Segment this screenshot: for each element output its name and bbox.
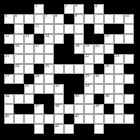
crossword-cell[interactable]: 16 — [14, 44, 24, 54]
black-cell — [64, 114, 74, 124]
black-cell — [64, 74, 74, 84]
black-cell — [34, 34, 44, 44]
crossword-cell[interactable] — [84, 14, 94, 24]
crossword-cell[interactable]: 11 — [34, 24, 44, 34]
clue-number: 9 — [75, 14, 77, 18]
black-cell — [84, 4, 94, 14]
crossword-cell[interactable] — [94, 124, 104, 134]
crossword-cell[interactable]: 40 — [4, 114, 14, 124]
crossword-cell[interactable] — [54, 34, 64, 44]
clue-number: 37 — [35, 104, 39, 108]
crossword-cell[interactable] — [104, 84, 114, 94]
black-cell — [84, 34, 94, 44]
black-cell — [34, 64, 44, 74]
black-cell — [24, 104, 34, 114]
black-cell — [64, 84, 74, 94]
crossword-cell[interactable] — [94, 84, 104, 94]
black-cell — [64, 34, 74, 44]
crossword-cell[interactable] — [14, 24, 24, 34]
black-cell — [4, 44, 14, 54]
crossword-cell[interactable] — [54, 64, 64, 74]
clue-number: 19 — [85, 44, 89, 48]
black-cell — [14, 84, 24, 94]
black-cell — [64, 54, 74, 64]
crossword-cell[interactable] — [4, 104, 14, 114]
crossword-cell[interactable] — [74, 104, 84, 114]
crossword-cell[interactable]: 18 — [74, 44, 84, 54]
crossword-cell[interactable] — [14, 34, 24, 44]
black-cell — [24, 4, 34, 14]
crossword-cell[interactable] — [24, 114, 34, 124]
black-cell — [64, 44, 74, 54]
crossword-cell[interactable]: 35 — [74, 94, 84, 104]
crossword-cell[interactable]: 20 — [94, 44, 104, 54]
clue-number: 13 — [25, 34, 29, 38]
black-cell — [114, 4, 124, 14]
crossword-cell[interactable] — [84, 94, 94, 104]
black-cell — [44, 124, 54, 134]
black-cell — [74, 74, 84, 84]
clue-number: 29 — [85, 74, 89, 78]
crossword-cell[interactable] — [44, 54, 54, 64]
black-cell — [124, 44, 134, 54]
crossword-cell[interactable]: 42 — [54, 124, 64, 134]
crossword-cell[interactable] — [54, 24, 64, 34]
crossword-cell[interactable]: 6 — [14, 14, 24, 24]
black-cell — [104, 124, 114, 134]
crossword-cell[interactable] — [14, 74, 24, 84]
crossword-cell[interactable] — [104, 74, 114, 84]
black-cell — [124, 84, 134, 94]
crossword-cell[interactable] — [44, 24, 54, 34]
clue-number: 14 — [45, 34, 49, 38]
crossword-cell[interactable] — [74, 24, 84, 34]
clue-number: 25 — [45, 64, 49, 68]
crossword-cell[interactable] — [114, 84, 124, 94]
crossword-cell[interactable]: 9 — [74, 14, 84, 24]
black-cell — [114, 24, 124, 34]
black-cell — [34, 94, 44, 104]
crossword-cell[interactable]: 23 — [114, 54, 124, 64]
crossword-cell[interactable]: 37 — [34, 104, 44, 114]
black-cell — [94, 34, 104, 44]
crossword-cell[interactable]: 7 — [44, 14, 54, 24]
crossword-cell[interactable] — [44, 84, 54, 94]
crossword-cell[interactable]: 39 — [94, 104, 104, 114]
black-cell — [44, 104, 54, 114]
crossword-cell[interactable] — [114, 64, 124, 74]
crossword-cell[interactable]: 26 — [104, 64, 114, 74]
black-cell — [84, 124, 94, 134]
crossword-cell[interactable] — [44, 114, 54, 124]
clue-number: 20 — [95, 44, 99, 48]
crossword-cell[interactable] — [64, 104, 74, 114]
crossword-cell[interactable] — [24, 94, 34, 104]
clue-number: 1 — [35, 4, 37, 8]
black-cell — [24, 74, 34, 84]
clue-number: 38 — [55, 104, 59, 108]
crossword-cell[interactable] — [104, 44, 114, 54]
crossword-cell[interactable] — [14, 54, 24, 64]
crossword-cell[interactable] — [124, 94, 134, 104]
crossword-cell[interactable] — [124, 34, 134, 44]
black-cell — [4, 4, 14, 14]
crossword-cell[interactable] — [34, 14, 44, 24]
crossword-cell[interactable] — [114, 114, 124, 124]
crossword-cell[interactable] — [34, 84, 44, 94]
crossword-cell[interactable] — [124, 24, 134, 34]
black-cell — [24, 124, 34, 134]
crossword-cell[interactable] — [114, 74, 124, 84]
black-cell — [64, 14, 74, 24]
black-cell — [104, 54, 114, 64]
black-cell — [104, 4, 114, 14]
crossword-cell[interactable] — [34, 54, 44, 64]
crossword-cell[interactable]: 38 — [54, 104, 64, 114]
clue-number: 3 — [75, 4, 77, 8]
black-cell — [74, 84, 84, 94]
crossword-cell[interactable] — [84, 64, 94, 74]
crossword-cell[interactable]: 30 — [94, 74, 104, 84]
crossword-cell[interactable] — [24, 44, 34, 54]
crossword-cell[interactable] — [94, 24, 104, 34]
crossword-cell[interactable] — [64, 124, 74, 134]
crossword-cell[interactable]: 12 — [4, 34, 14, 44]
crossword-cell[interactable] — [94, 54, 104, 64]
crossword-cell[interactable]: 28 — [34, 74, 44, 84]
clue-number: 30 — [95, 74, 99, 78]
clue-number: 26 — [105, 64, 109, 68]
crossword-cell[interactable] — [94, 14, 104, 24]
black-cell — [24, 24, 34, 34]
clue-number: 42 — [55, 124, 59, 128]
black-cell — [54, 74, 64, 84]
clue-number: 6 — [15, 14, 17, 18]
black-cell — [4, 84, 14, 94]
clue-number: 41 — [75, 114, 79, 118]
black-cell — [104, 24, 114, 34]
clue-number: 10 — [125, 14, 129, 18]
crossword-cell[interactable] — [64, 24, 74, 34]
crossword-cell[interactable] — [114, 34, 124, 44]
crossword-cell[interactable] — [64, 64, 74, 74]
crossword-cell[interactable]: 29 — [84, 74, 94, 84]
black-cell — [124, 4, 134, 14]
crossword-cell[interactable] — [34, 114, 44, 124]
crossword-cell[interactable]: 33 — [84, 84, 94, 94]
black-cell — [84, 24, 94, 34]
clue-number: 31 — [25, 84, 29, 88]
clue-number: 40 — [5, 114, 9, 118]
crossword-cell[interactable]: 1 — [34, 4, 44, 14]
crossword-cell[interactable]: 22 — [84, 54, 94, 64]
clue-number: 8 — [55, 14, 57, 18]
crossword-cell[interactable]: 41 — [74, 114, 84, 124]
black-cell — [94, 64, 104, 74]
crossword-cell[interactable]: 8 — [54, 14, 64, 24]
crossword-cell[interactable]: 5 — [4, 14, 14, 24]
clue-number: 12 — [5, 34, 9, 38]
crossword-cell[interactable]: 10 — [124, 14, 134, 24]
clue-number: 15 — [105, 34, 109, 38]
crossword-cell[interactable] — [124, 114, 134, 124]
crossword-cell[interactable]: 2 — [64, 4, 74, 14]
clue-number: 11 — [35, 24, 39, 28]
crossword-cell[interactable]: 36 — [104, 94, 114, 104]
black-cell — [14, 104, 24, 114]
crossword-cell[interactable]: 27 — [4, 74, 14, 84]
clue-number: 33 — [85, 84, 89, 88]
clue-number: 34 — [5, 94, 9, 98]
crossword-cell[interactable] — [14, 94, 24, 104]
crossword-cell[interactable] — [24, 54, 34, 64]
crossword-cell[interactable]: 21 — [4, 54, 14, 64]
crossword-cell[interactable] — [74, 64, 84, 74]
crossword-cell[interactable] — [34, 124, 44, 134]
crossword-cell[interactable]: 13 — [24, 34, 34, 44]
black-cell — [114, 124, 124, 134]
clue-number: 7 — [45, 14, 47, 18]
crossword-cell[interactable]: 24 — [14, 64, 24, 74]
crossword-cell[interactable]: 4 — [94, 4, 104, 14]
black-cell — [74, 54, 84, 64]
crossword-cell[interactable] — [94, 114, 104, 124]
crossword-cell[interactable] — [124, 74, 134, 84]
clue-number: 18 — [75, 44, 79, 48]
clue-number: 36 — [105, 94, 109, 98]
black-cell — [54, 44, 64, 54]
black-cell — [4, 64, 14, 74]
crossword-cell[interactable]: 25 — [44, 64, 54, 74]
crossword-cell[interactable]: 31 — [24, 84, 34, 94]
crossword-cell[interactable]: 17 — [34, 44, 44, 54]
crossword-cell[interactable]: 3 — [74, 4, 84, 14]
black-cell — [114, 44, 124, 54]
black-cell — [44, 4, 54, 14]
crossword-cell[interactable]: 14 — [44, 34, 54, 44]
crossword-cell[interactable] — [24, 14, 34, 24]
crossword-cell[interactable] — [114, 94, 124, 104]
black-cell — [54, 54, 64, 64]
crossword-cell[interactable] — [114, 14, 124, 24]
crossword-cell[interactable]: 15 — [104, 34, 114, 44]
crossword-board: 1234567891011121314151617181920212223242… — [4, 4, 134, 134]
crossword-cell[interactable] — [124, 54, 134, 64]
black-cell — [124, 64, 134, 74]
clue-number: 35 — [75, 94, 79, 98]
clue-number: 27 — [5, 74, 9, 78]
crossword-cell[interactable]: 32 — [54, 84, 64, 94]
black-cell — [54, 4, 64, 14]
black-cell — [64, 94, 74, 104]
crossword-cell[interactable] — [54, 114, 64, 124]
black-cell — [124, 124, 134, 134]
crossword-cell[interactable] — [24, 64, 34, 74]
black-cell — [104, 104, 114, 114]
black-cell — [94, 94, 104, 104]
clue-number: 5 — [5, 14, 7, 18]
clue-number: 24 — [15, 64, 19, 68]
clue-number: 32 — [55, 84, 59, 88]
crossword-cell[interactable] — [44, 74, 54, 84]
crossword-cell[interactable] — [74, 34, 84, 44]
crossword-cell[interactable] — [84, 114, 94, 124]
black-cell — [124, 104, 134, 114]
black-cell — [74, 124, 84, 134]
black-cell — [4, 24, 14, 34]
clue-number: 22 — [85, 54, 89, 58]
black-cell — [14, 4, 24, 14]
clue-number: 28 — [35, 74, 39, 78]
crossword-cell[interactable]: 34 — [4, 94, 14, 104]
clue-number: 16 — [15, 44, 19, 48]
crossword-cell[interactable] — [44, 44, 54, 54]
clue-number: 2 — [65, 4, 67, 8]
crossword-cell[interactable] — [104, 14, 114, 24]
crossword-cell[interactable] — [84, 104, 94, 114]
black-cell — [44, 94, 54, 104]
clue-number: 4 — [95, 4, 97, 8]
black-cell — [14, 124, 24, 134]
crossword-cell[interactable] — [54, 94, 64, 104]
crossword-cell[interactable]: 19 — [84, 44, 94, 54]
clue-number: 39 — [95, 104, 99, 108]
crossword-cell[interactable] — [114, 104, 124, 114]
clue-number: 23 — [115, 54, 119, 58]
clue-number: 21 — [5, 54, 9, 58]
clue-number: 17 — [35, 44, 39, 48]
black-cell — [4, 124, 14, 134]
crossword-cell[interactable] — [14, 114, 24, 124]
crossword-cell[interactable] — [104, 114, 114, 124]
